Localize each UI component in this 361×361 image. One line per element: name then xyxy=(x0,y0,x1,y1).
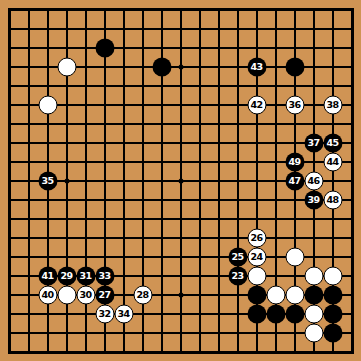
intersection[interactable] xyxy=(171,114,190,133)
intersection[interactable] xyxy=(190,266,209,285)
intersection[interactable] xyxy=(114,152,133,171)
intersection[interactable] xyxy=(76,342,95,361)
intersection[interactable] xyxy=(76,304,95,323)
intersection[interactable] xyxy=(304,247,323,266)
intersection[interactable] xyxy=(114,171,133,190)
intersection[interactable] xyxy=(38,304,57,323)
intersection[interactable] xyxy=(190,133,209,152)
intersection[interactable] xyxy=(38,38,57,57)
intersection[interactable] xyxy=(247,209,266,228)
intersection[interactable] xyxy=(133,266,152,285)
intersection[interactable] xyxy=(190,95,209,114)
intersection[interactable] xyxy=(304,114,323,133)
intersection[interactable] xyxy=(228,342,247,361)
intersection[interactable] xyxy=(285,133,304,152)
intersection[interactable] xyxy=(57,76,76,95)
intersection[interactable] xyxy=(209,114,228,133)
intersection[interactable] xyxy=(323,247,342,266)
intersection[interactable] xyxy=(95,323,114,342)
intersection[interactable] xyxy=(57,133,76,152)
intersection[interactable] xyxy=(209,76,228,95)
intersection[interactable] xyxy=(114,95,133,114)
intersection[interactable] xyxy=(266,152,285,171)
intersection[interactable] xyxy=(152,114,171,133)
intersection[interactable] xyxy=(285,114,304,133)
intersection[interactable] xyxy=(19,342,38,361)
intersection[interactable] xyxy=(152,38,171,57)
intersection[interactable] xyxy=(152,247,171,266)
intersection[interactable] xyxy=(76,209,95,228)
intersection[interactable] xyxy=(171,0,190,19)
intersection[interactable] xyxy=(228,114,247,133)
intersection[interactable] xyxy=(38,247,57,266)
intersection[interactable] xyxy=(19,114,38,133)
intersection[interactable] xyxy=(57,228,76,247)
intersection[interactable] xyxy=(171,228,190,247)
intersection[interactable] xyxy=(266,342,285,361)
intersection[interactable] xyxy=(228,19,247,38)
intersection[interactable] xyxy=(228,228,247,247)
intersection[interactable] xyxy=(228,95,247,114)
intersection[interactable] xyxy=(114,323,133,342)
intersection[interactable] xyxy=(114,19,133,38)
intersection[interactable] xyxy=(114,247,133,266)
intersection[interactable] xyxy=(171,247,190,266)
intersection[interactable] xyxy=(95,133,114,152)
intersection[interactable] xyxy=(228,0,247,19)
intersection[interactable] xyxy=(171,152,190,171)
intersection[interactable] xyxy=(133,152,152,171)
intersection[interactable] xyxy=(342,266,361,285)
intersection[interactable] xyxy=(190,152,209,171)
intersection[interactable] xyxy=(323,0,342,19)
intersection[interactable] xyxy=(133,323,152,342)
intersection[interactable] xyxy=(247,171,266,190)
intersection[interactable] xyxy=(209,133,228,152)
intersection[interactable] xyxy=(228,285,247,304)
intersection[interactable] xyxy=(190,342,209,361)
intersection[interactable] xyxy=(38,114,57,133)
intersection[interactable] xyxy=(95,209,114,228)
intersection[interactable] xyxy=(228,190,247,209)
intersection[interactable] xyxy=(0,304,19,323)
intersection[interactable] xyxy=(0,323,19,342)
intersection[interactable] xyxy=(190,0,209,19)
intersection[interactable] xyxy=(95,342,114,361)
intersection[interactable] xyxy=(228,304,247,323)
intersection[interactable] xyxy=(57,323,76,342)
intersection[interactable] xyxy=(342,228,361,247)
intersection[interactable] xyxy=(209,171,228,190)
intersection[interactable] xyxy=(114,57,133,76)
intersection[interactable] xyxy=(38,342,57,361)
intersection[interactable] xyxy=(133,95,152,114)
intersection[interactable] xyxy=(190,76,209,95)
intersection[interactable] xyxy=(19,209,38,228)
intersection[interactable] xyxy=(266,209,285,228)
intersection[interactable] xyxy=(342,76,361,95)
intersection[interactable] xyxy=(0,76,19,95)
intersection[interactable] xyxy=(171,95,190,114)
intersection[interactable] xyxy=(247,0,266,19)
intersection[interactable] xyxy=(304,38,323,57)
intersection[interactable] xyxy=(285,190,304,209)
go-board[interactable]: 2324252627282930313233343536373839404142… xyxy=(0,0,361,361)
intersection[interactable] xyxy=(152,0,171,19)
intersection[interactable] xyxy=(57,247,76,266)
intersection[interactable] xyxy=(76,57,95,76)
intersection[interactable] xyxy=(247,342,266,361)
intersection[interactable] xyxy=(266,19,285,38)
intersection[interactable] xyxy=(342,38,361,57)
intersection[interactable] xyxy=(76,152,95,171)
intersection[interactable] xyxy=(133,342,152,361)
intersection[interactable] xyxy=(38,152,57,171)
intersection[interactable] xyxy=(0,190,19,209)
intersection[interactable] xyxy=(0,114,19,133)
intersection[interactable] xyxy=(76,228,95,247)
intersection[interactable] xyxy=(152,76,171,95)
intersection[interactable] xyxy=(19,152,38,171)
intersection[interactable] xyxy=(171,133,190,152)
intersection[interactable] xyxy=(133,57,152,76)
intersection[interactable] xyxy=(323,209,342,228)
intersection[interactable] xyxy=(95,95,114,114)
intersection[interactable] xyxy=(266,171,285,190)
intersection[interactable] xyxy=(57,19,76,38)
intersection[interactable] xyxy=(38,209,57,228)
intersection[interactable] xyxy=(342,152,361,171)
intersection[interactable] xyxy=(209,228,228,247)
intersection[interactable] xyxy=(342,247,361,266)
intersection[interactable] xyxy=(95,228,114,247)
intersection[interactable] xyxy=(0,171,19,190)
intersection[interactable] xyxy=(19,247,38,266)
intersection[interactable] xyxy=(228,171,247,190)
intersection[interactable] xyxy=(19,266,38,285)
intersection[interactable] xyxy=(323,57,342,76)
intersection[interactable] xyxy=(247,133,266,152)
intersection[interactable] xyxy=(152,304,171,323)
intersection[interactable] xyxy=(209,285,228,304)
intersection[interactable] xyxy=(342,190,361,209)
intersection[interactable] xyxy=(76,133,95,152)
intersection[interactable] xyxy=(304,152,323,171)
intersection[interactable] xyxy=(57,304,76,323)
intersection[interactable] xyxy=(152,228,171,247)
intersection[interactable] xyxy=(342,114,361,133)
intersection[interactable] xyxy=(190,304,209,323)
intersection[interactable] xyxy=(19,57,38,76)
intersection[interactable] xyxy=(285,0,304,19)
intersection[interactable] xyxy=(190,190,209,209)
intersection[interactable] xyxy=(19,133,38,152)
intersection[interactable] xyxy=(285,19,304,38)
intersection[interactable] xyxy=(133,171,152,190)
intersection[interactable] xyxy=(171,342,190,361)
intersection[interactable] xyxy=(76,247,95,266)
intersection[interactable] xyxy=(76,0,95,19)
intersection[interactable] xyxy=(133,19,152,38)
intersection[interactable] xyxy=(190,171,209,190)
intersection[interactable] xyxy=(133,190,152,209)
intersection[interactable] xyxy=(323,38,342,57)
intersection[interactable] xyxy=(285,323,304,342)
intersection[interactable] xyxy=(152,95,171,114)
intersection[interactable] xyxy=(247,323,266,342)
intersection[interactable] xyxy=(95,152,114,171)
intersection[interactable] xyxy=(0,38,19,57)
intersection[interactable] xyxy=(114,285,133,304)
intersection[interactable] xyxy=(57,38,76,57)
intersection[interactable] xyxy=(0,19,19,38)
intersection[interactable] xyxy=(0,95,19,114)
intersection[interactable] xyxy=(133,209,152,228)
intersection[interactable] xyxy=(323,171,342,190)
intersection[interactable] xyxy=(38,133,57,152)
intersection[interactable] xyxy=(0,247,19,266)
intersection[interactable] xyxy=(228,209,247,228)
intersection[interactable] xyxy=(304,57,323,76)
intersection[interactable] xyxy=(133,38,152,57)
intersection[interactable] xyxy=(342,323,361,342)
intersection[interactable] xyxy=(209,0,228,19)
intersection[interactable] xyxy=(304,0,323,19)
intersection[interactable] xyxy=(133,114,152,133)
intersection[interactable] xyxy=(152,342,171,361)
intersection[interactable] xyxy=(114,76,133,95)
intersection[interactable] xyxy=(152,209,171,228)
intersection[interactable] xyxy=(209,57,228,76)
intersection[interactable] xyxy=(38,228,57,247)
intersection[interactable] xyxy=(228,152,247,171)
intersection[interactable] xyxy=(304,95,323,114)
intersection[interactable] xyxy=(228,76,247,95)
intersection[interactable] xyxy=(0,152,19,171)
intersection[interactable] xyxy=(57,190,76,209)
intersection[interactable] xyxy=(209,152,228,171)
intersection[interactable] xyxy=(57,152,76,171)
intersection[interactable] xyxy=(285,266,304,285)
intersection[interactable] xyxy=(114,209,133,228)
intersection[interactable] xyxy=(57,95,76,114)
intersection[interactable] xyxy=(57,114,76,133)
intersection[interactable] xyxy=(209,342,228,361)
intersection[interactable] xyxy=(0,57,19,76)
intersection[interactable] xyxy=(228,323,247,342)
intersection[interactable] xyxy=(114,0,133,19)
intersection[interactable] xyxy=(247,114,266,133)
intersection[interactable] xyxy=(76,76,95,95)
intersection[interactable] xyxy=(152,171,171,190)
intersection[interactable] xyxy=(209,323,228,342)
intersection[interactable] xyxy=(285,228,304,247)
intersection[interactable] xyxy=(247,38,266,57)
intersection[interactable] xyxy=(133,228,152,247)
intersection[interactable] xyxy=(171,38,190,57)
intersection[interactable] xyxy=(323,342,342,361)
intersection[interactable] xyxy=(19,190,38,209)
intersection[interactable] xyxy=(209,247,228,266)
intersection[interactable] xyxy=(76,190,95,209)
intersection[interactable] xyxy=(209,95,228,114)
intersection[interactable] xyxy=(247,76,266,95)
intersection[interactable] xyxy=(114,38,133,57)
intersection[interactable] xyxy=(171,190,190,209)
intersection[interactable] xyxy=(304,209,323,228)
intersection[interactable] xyxy=(266,38,285,57)
intersection[interactable] xyxy=(209,209,228,228)
intersection[interactable] xyxy=(57,342,76,361)
intersection[interactable] xyxy=(0,228,19,247)
intersection[interactable] xyxy=(38,190,57,209)
intersection[interactable] xyxy=(209,38,228,57)
intersection[interactable] xyxy=(285,38,304,57)
intersection[interactable] xyxy=(190,114,209,133)
intersection[interactable] xyxy=(342,133,361,152)
intersection[interactable] xyxy=(190,285,209,304)
intersection[interactable] xyxy=(228,38,247,57)
intersection[interactable] xyxy=(228,57,247,76)
intersection[interactable] xyxy=(209,190,228,209)
intersection[interactable] xyxy=(0,342,19,361)
intersection[interactable] xyxy=(38,323,57,342)
intersection[interactable] xyxy=(0,133,19,152)
intersection[interactable] xyxy=(95,0,114,19)
intersection[interactable] xyxy=(190,19,209,38)
intersection[interactable] xyxy=(19,76,38,95)
intersection[interactable] xyxy=(209,19,228,38)
intersection[interactable] xyxy=(0,285,19,304)
intersection[interactable] xyxy=(342,209,361,228)
intersection[interactable] xyxy=(133,247,152,266)
intersection[interactable] xyxy=(95,19,114,38)
intersection[interactable] xyxy=(19,171,38,190)
intersection[interactable] xyxy=(171,19,190,38)
intersection[interactable] xyxy=(95,114,114,133)
intersection[interactable] xyxy=(285,76,304,95)
intersection[interactable] xyxy=(152,19,171,38)
intersection[interactable] xyxy=(342,342,361,361)
intersection[interactable] xyxy=(152,133,171,152)
intersection[interactable] xyxy=(285,342,304,361)
intersection[interactable] xyxy=(342,19,361,38)
intersection[interactable] xyxy=(152,190,171,209)
intersection[interactable] xyxy=(304,342,323,361)
intersection[interactable] xyxy=(19,0,38,19)
intersection[interactable] xyxy=(304,19,323,38)
intersection[interactable] xyxy=(38,76,57,95)
intersection[interactable] xyxy=(304,228,323,247)
intersection[interactable] xyxy=(19,304,38,323)
intersection[interactable] xyxy=(57,0,76,19)
intersection[interactable] xyxy=(114,190,133,209)
intersection[interactable] xyxy=(19,19,38,38)
intersection[interactable] xyxy=(114,133,133,152)
intersection[interactable] xyxy=(190,38,209,57)
intersection[interactable] xyxy=(19,323,38,342)
intersection[interactable] xyxy=(114,228,133,247)
intersection[interactable] xyxy=(152,323,171,342)
intersection[interactable] xyxy=(114,114,133,133)
intersection[interactable] xyxy=(266,0,285,19)
intersection[interactable] xyxy=(266,247,285,266)
intersection[interactable] xyxy=(266,114,285,133)
intersection[interactable] xyxy=(266,133,285,152)
intersection[interactable] xyxy=(342,95,361,114)
intersection[interactable] xyxy=(152,285,171,304)
intersection[interactable] xyxy=(133,133,152,152)
intersection[interactable] xyxy=(190,247,209,266)
intersection[interactable] xyxy=(228,133,247,152)
intersection[interactable] xyxy=(171,266,190,285)
intersection[interactable] xyxy=(133,76,152,95)
intersection[interactable] xyxy=(266,76,285,95)
intersection[interactable] xyxy=(0,0,19,19)
intersection[interactable] xyxy=(342,57,361,76)
intersection[interactable] xyxy=(190,323,209,342)
intersection[interactable] xyxy=(171,323,190,342)
intersection[interactable] xyxy=(266,266,285,285)
intersection[interactable] xyxy=(190,228,209,247)
intersection[interactable] xyxy=(247,152,266,171)
intersection[interactable] xyxy=(38,19,57,38)
intersection[interactable] xyxy=(323,228,342,247)
intersection[interactable] xyxy=(95,247,114,266)
intersection[interactable] xyxy=(0,209,19,228)
intersection[interactable] xyxy=(133,0,152,19)
intersection[interactable] xyxy=(323,76,342,95)
intersection[interactable] xyxy=(0,266,19,285)
intersection[interactable] xyxy=(342,0,361,19)
intersection[interactable] xyxy=(171,209,190,228)
intersection[interactable] xyxy=(19,228,38,247)
intersection[interactable] xyxy=(171,76,190,95)
intersection[interactable] xyxy=(38,0,57,19)
intersection[interactable] xyxy=(76,38,95,57)
intersection[interactable] xyxy=(247,19,266,38)
intersection[interactable] xyxy=(323,114,342,133)
intersection[interactable] xyxy=(323,19,342,38)
intersection[interactable] xyxy=(76,323,95,342)
intersection[interactable] xyxy=(76,19,95,38)
intersection[interactable] xyxy=(114,342,133,361)
intersection[interactable] xyxy=(95,57,114,76)
intersection[interactable] xyxy=(133,304,152,323)
intersection[interactable] xyxy=(266,190,285,209)
intersection[interactable] xyxy=(95,76,114,95)
intersection[interactable] xyxy=(95,171,114,190)
intersection[interactable] xyxy=(76,95,95,114)
intersection[interactable] xyxy=(171,304,190,323)
intersection[interactable] xyxy=(342,304,361,323)
intersection[interactable] xyxy=(304,76,323,95)
intersection[interactable] xyxy=(38,57,57,76)
intersection[interactable] xyxy=(19,95,38,114)
intersection[interactable] xyxy=(266,323,285,342)
intersection[interactable] xyxy=(152,266,171,285)
intersection[interactable] xyxy=(152,152,171,171)
intersection[interactable] xyxy=(247,190,266,209)
intersection[interactable] xyxy=(19,285,38,304)
intersection[interactable] xyxy=(342,285,361,304)
intersection[interactable] xyxy=(57,209,76,228)
intersection[interactable] xyxy=(209,304,228,323)
intersection[interactable] xyxy=(209,266,228,285)
intersection[interactable] xyxy=(190,209,209,228)
intersection[interactable] xyxy=(190,57,209,76)
intersection[interactable] xyxy=(342,171,361,190)
